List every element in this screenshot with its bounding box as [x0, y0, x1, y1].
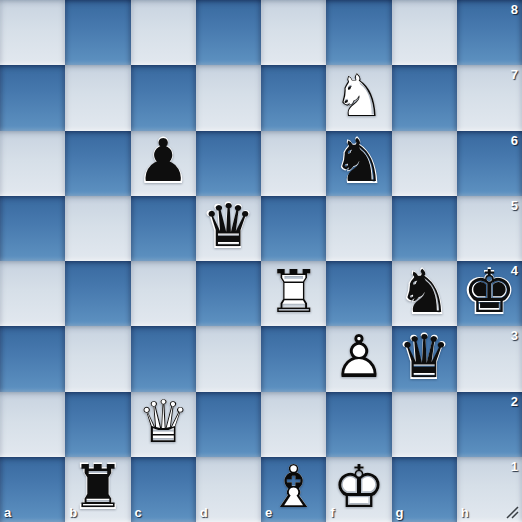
- square-b2[interactable]: [65, 392, 130, 457]
- square-f4[interactable]: [326, 261, 391, 326]
- square-g7[interactable]: [392, 65, 457, 130]
- square-b7[interactable]: [65, 65, 130, 130]
- rank-label-5: 5: [511, 199, 518, 212]
- file-label-c: c: [135, 506, 142, 519]
- file-label-h: h: [461, 506, 469, 519]
- square-d3[interactable]: [196, 326, 261, 391]
- square-c8[interactable]: [131, 0, 196, 65]
- square-a2[interactable]: [0, 392, 65, 457]
- square-b5[interactable]: [65, 196, 130, 261]
- square-d4[interactable]: [196, 261, 261, 326]
- square-d8[interactable]: [196, 0, 261, 65]
- piece-black-king-h4[interactable]: ♚♚: [457, 261, 522, 326]
- square-c4[interactable]: [131, 261, 196, 326]
- chess-board: 8765432abcdefgh1♞♘♟♟♞♞♛♛♜♖♞♞♚♚♟♙♛♛♛♕♜♜♝♗…: [0, 0, 522, 522]
- square-b3[interactable]: [65, 326, 130, 391]
- square-a4[interactable]: [0, 261, 65, 326]
- piece-white-bishop-e1[interactable]: ♝♗: [261, 457, 326, 522]
- square-d6[interactable]: [196, 131, 261, 196]
- square-d7[interactable]: [196, 65, 261, 130]
- piece-black-queen-g3[interactable]: ♛♛: [392, 326, 457, 391]
- square-g8[interactable]: [392, 0, 457, 65]
- file-label-a: a: [4, 506, 11, 519]
- square-d1[interactable]: d: [196, 457, 261, 522]
- rank-label-7: 7: [511, 68, 518, 81]
- rank-label-6: 6: [511, 134, 518, 147]
- file-label-d: d: [200, 506, 208, 519]
- piece-white-pawn-f3[interactable]: ♟♙: [326, 326, 391, 391]
- square-a3[interactable]: [0, 326, 65, 391]
- square-h2[interactable]: 2: [457, 392, 522, 457]
- piece-black-knight-g4[interactable]: ♞♞: [392, 261, 457, 326]
- square-b6[interactable]: [65, 131, 130, 196]
- square-h3[interactable]: 3: [457, 326, 522, 391]
- square-a6[interactable]: [0, 131, 65, 196]
- piece-white-king-f1[interactable]: ♚♔: [326, 457, 391, 522]
- square-c5[interactable]: [131, 196, 196, 261]
- square-e7[interactable]: [261, 65, 326, 130]
- square-e6[interactable]: [261, 131, 326, 196]
- rank-label-3: 3: [511, 329, 518, 342]
- rank-label-2: 2: [511, 395, 518, 408]
- square-a5[interactable]: [0, 196, 65, 261]
- piece-black-knight-f6[interactable]: ♞♞: [326, 131, 391, 196]
- square-c3[interactable]: [131, 326, 196, 391]
- square-f8[interactable]: [326, 0, 391, 65]
- square-h7[interactable]: 7: [457, 65, 522, 130]
- square-b4[interactable]: [65, 261, 130, 326]
- square-a8[interactable]: [0, 0, 65, 65]
- square-h8[interactable]: 8: [457, 0, 522, 65]
- piece-white-queen-c2[interactable]: ♛♕: [131, 392, 196, 457]
- square-h5[interactable]: 5: [457, 196, 522, 261]
- square-g2[interactable]: [392, 392, 457, 457]
- square-f5[interactable]: [326, 196, 391, 261]
- piece-black-queen-d5[interactable]: ♛♛: [196, 196, 261, 261]
- square-a1[interactable]: a: [0, 457, 65, 522]
- resize-grip-icon[interactable]: [505, 505, 520, 520]
- square-g6[interactable]: [392, 131, 457, 196]
- square-e3[interactable]: [261, 326, 326, 391]
- square-e2[interactable]: [261, 392, 326, 457]
- square-d2[interactable]: [196, 392, 261, 457]
- piece-black-pawn-c6[interactable]: ♟♟: [131, 131, 196, 196]
- square-a7[interactable]: [0, 65, 65, 130]
- file-label-g: g: [396, 506, 404, 519]
- piece-white-rook-e4[interactable]: ♜♖: [261, 261, 326, 326]
- square-e5[interactable]: [261, 196, 326, 261]
- square-f2[interactable]: [326, 392, 391, 457]
- square-c1[interactable]: c: [131, 457, 196, 522]
- square-g5[interactable]: [392, 196, 457, 261]
- piece-black-rook-b1[interactable]: ♜♜: [65, 457, 130, 522]
- square-e8[interactable]: [261, 0, 326, 65]
- rank-label-1: 1: [511, 460, 518, 473]
- piece-white-knight-f7[interactable]: ♞♘: [326, 65, 391, 130]
- square-b8[interactable]: [65, 0, 130, 65]
- square-c7[interactable]: [131, 65, 196, 130]
- square-g1[interactable]: g: [392, 457, 457, 522]
- rank-label-8: 8: [511, 3, 518, 16]
- square-h6[interactable]: 6: [457, 131, 522, 196]
